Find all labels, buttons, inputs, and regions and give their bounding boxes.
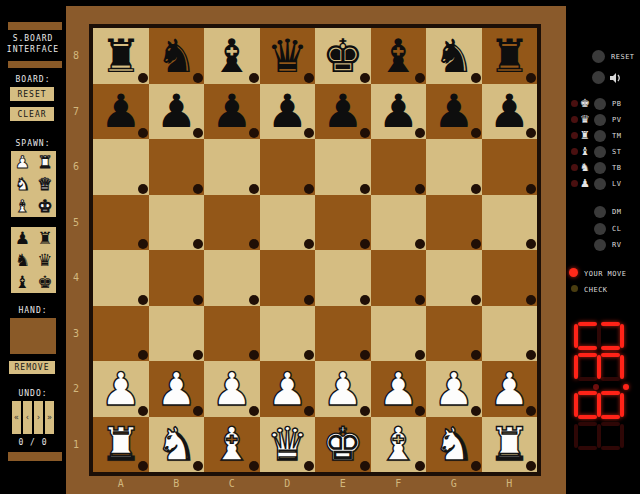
square-corner-dot (471, 239, 481, 249)
square-c3[interactable] (204, 306, 260, 362)
square-d8[interactable]: ♛ (260, 28, 316, 84)
square-b1[interactable]: ♞ (149, 417, 205, 473)
square-corner-dot (360, 239, 370, 249)
square-d2[interactable]: ♟ (260, 361, 316, 417)
black-bishop[interactable]: ♝ (204, 28, 260, 84)
undo-section-label: UNDO: (0, 389, 66, 398)
white-king[interactable]: ♚ (315, 417, 371, 473)
square-f3[interactable] (371, 306, 427, 362)
cl-button-round[interactable] (594, 223, 606, 235)
square-a2[interactable]: ♟ (93, 361, 149, 417)
tb-label: TB (612, 164, 621, 172)
rv-button-round[interactable] (594, 239, 606, 251)
tb-led (571, 164, 578, 171)
square-f7[interactable]: ♟ (371, 84, 427, 140)
undo-button-1[interactable]: ‹ (23, 401, 32, 434)
square-g6[interactable] (426, 139, 482, 195)
square-h5[interactable] (482, 195, 538, 251)
spawn-white-knight[interactable]: ♞ (11, 173, 34, 195)
square-h2[interactable]: ♟ (482, 361, 538, 417)
white-queen[interactable]: ♛ (260, 417, 316, 473)
square-a1[interactable]: ♜ (93, 417, 149, 473)
square-h8[interactable]: ♜ (482, 28, 538, 84)
undo-button-2[interactable]: › (34, 401, 43, 434)
square-c8[interactable]: ♝ (204, 28, 260, 84)
white-rook[interactable]: ♜ (93, 417, 149, 473)
dm-button-round[interactable] (594, 206, 606, 218)
spawn-white-king[interactable]: ♚ (34, 195, 57, 217)
file-label-d: D (260, 476, 316, 494)
spawn-black-king[interactable]: ♚ (34, 271, 57, 293)
rank-label-6: 6 (66, 139, 86, 195)
hand-slot[interactable] (10, 318, 56, 354)
your-move-label: YOUR MOVE (584, 270, 626, 278)
square-corner-dot (360, 295, 370, 305)
st-label: ST (612, 148, 621, 156)
spawn-palette-black: ♟♜♞♛♝♚ (11, 227, 56, 293)
square-b8[interactable]: ♞ (149, 28, 205, 84)
white-pawn[interactable]: ♟ (315, 361, 371, 417)
spawn-palette-white: ♟♜♞♛♝♚ (11, 151, 56, 217)
square-b6[interactable] (149, 139, 205, 195)
st-button-round[interactable] (594, 146, 606, 158)
check-led (571, 285, 578, 292)
square-g5[interactable] (426, 195, 482, 251)
sound-button-round[interactable] (592, 71, 605, 84)
square-corner-dot (193, 295, 203, 305)
square-d6[interactable] (260, 139, 316, 195)
spawn-white-bishop[interactable]: ♝ (11, 195, 34, 217)
square-corner-dot (471, 295, 481, 305)
black-bishop[interactable]: ♝ (371, 28, 427, 84)
clock-digit (574, 391, 624, 419)
square-corner-dot (415, 184, 425, 194)
square-e1[interactable]: ♚ (315, 417, 371, 473)
square-corner-dot (526, 184, 536, 194)
rv-label: RV (612, 241, 621, 249)
lv-label: LV (612, 180, 621, 188)
square-e4[interactable] (315, 250, 371, 306)
indicator-row-lv: ♟LV (566, 177, 640, 191)
reset-round-label: RESET (611, 53, 635, 61)
spawn-white-pawn[interactable]: ♟ (11, 151, 34, 173)
square-g8[interactable]: ♞ (426, 28, 482, 84)
black-pawn[interactable]: ♟ (93, 84, 149, 140)
square-h6[interactable] (482, 139, 538, 195)
indicator-row-pb: ♚PB (566, 97, 640, 111)
square-b5[interactable] (149, 195, 205, 251)
square-a4[interactable] (93, 250, 149, 306)
black-pawn[interactable]: ♟ (482, 84, 538, 140)
king-icon: ♚ (580, 98, 590, 109)
undo-button-3[interactable]: » (45, 401, 54, 434)
square-a8[interactable]: ♜ (93, 28, 149, 84)
square-a5[interactable] (93, 195, 149, 251)
black-queen[interactable]: ♛ (260, 28, 316, 84)
dm-label: DM (612, 208, 621, 216)
square-c7[interactable]: ♟ (204, 84, 260, 140)
white-pawn[interactable]: ♟ (371, 361, 427, 417)
square-b3[interactable] (149, 306, 205, 362)
spawn-black-bishop[interactable]: ♝ (11, 271, 34, 293)
spawn-black-knight[interactable]: ♞ (11, 249, 34, 271)
square-g4[interactable] (426, 250, 482, 306)
pawn-icon: ♟ (580, 178, 590, 189)
undo-controls: «‹›» (12, 401, 55, 434)
round-button-row-rv: RV (566, 239, 640, 251)
black-pawn[interactable]: ♟ (371, 84, 427, 140)
square-h1[interactable]: ♜ (482, 417, 538, 473)
file-label-g: G (426, 476, 482, 494)
check-label: CHECK (584, 286, 608, 294)
square-corner-dot (304, 350, 314, 360)
black-pawn[interactable]: ♟ (204, 84, 260, 140)
square-f4[interactable] (371, 250, 427, 306)
clear-board-button[interactable]: CLEAR (10, 107, 54, 121)
square-corner-dot (415, 239, 425, 249)
clock-digit (574, 422, 624, 450)
square-e8[interactable]: ♚ (315, 28, 371, 84)
spawn-black-rook[interactable]: ♜ (34, 227, 57, 249)
square-d7[interactable]: ♟ (260, 84, 316, 140)
square-d4[interactable] (260, 250, 316, 306)
square-corner-dot (249, 295, 259, 305)
your-move-led (569, 268, 578, 277)
white-pawn[interactable]: ♟ (93, 361, 149, 417)
square-c2[interactable]: ♟ (204, 361, 260, 417)
file-labels: ABCDEFGH (93, 476, 537, 494)
rank-label-1: 1 (66, 417, 86, 473)
tm-button-round[interactable] (594, 130, 606, 142)
square-corner-dot (360, 184, 370, 194)
spawn-black-queen[interactable]: ♛ (34, 249, 57, 271)
speaker-icon (610, 73, 622, 83)
queen-icon: ♛ (580, 114, 590, 125)
square-corner-dot (249, 239, 259, 249)
square-g1[interactable]: ♞ (426, 417, 482, 473)
left-sidebar: S.BOARD INTERFACE BOARD: RESET CLEAR SPA… (0, 0, 66, 494)
indicator-row-tb: ♞TB (566, 161, 640, 175)
black-rook[interactable]: ♜ (93, 28, 149, 84)
reset-button-round[interactable] (592, 50, 605, 63)
square-e2[interactable]: ♟ (315, 361, 371, 417)
square-f8[interactable]: ♝ (371, 28, 427, 84)
chess-board: ♜♞♝♛♚♝♞♜♟♟♟♟♟♟♟♟♟♟♟♟♟♟♟♟♜♞♝♛♚♝♞♜ (89, 24, 541, 476)
spawn-black-pawn[interactable]: ♟ (11, 227, 34, 249)
square-a6[interactable] (93, 139, 149, 195)
square-corner-dot (526, 295, 536, 305)
cl-label: CL (612, 225, 621, 233)
square-b4[interactable] (149, 250, 205, 306)
seven-segment-clock (574, 322, 630, 452)
spawn-section-label: SPAWN: (0, 139, 66, 148)
square-a7[interactable]: ♟ (93, 84, 149, 140)
app-title-line2: INTERFACE (0, 45, 66, 54)
square-corner-dot (193, 184, 203, 194)
st-led (571, 148, 578, 155)
square-corner-dot (471, 350, 481, 360)
square-corner-dot (526, 239, 536, 249)
accent-bar-under-title (8, 61, 62, 68)
square-corner-dot (138, 239, 148, 249)
indicator-row-pv: ♛PV (566, 113, 640, 127)
rank-label-7: 7 (66, 84, 86, 140)
square-g3[interactable] (426, 306, 482, 362)
black-pawn[interactable]: ♟ (426, 84, 482, 140)
square-h7[interactable]: ♟ (482, 84, 538, 140)
square-b2[interactable]: ♟ (149, 361, 205, 417)
hand-section-label: HAND: (0, 306, 66, 315)
square-f1[interactable]: ♝ (371, 417, 427, 473)
square-e6[interactable] (315, 139, 371, 195)
square-corner-dot (193, 239, 203, 249)
rank-label-3: 3 (66, 306, 86, 362)
undo-counter: 0 / 0 (0, 438, 66, 447)
white-knight[interactable]: ♞ (149, 417, 205, 473)
square-c1[interactable]: ♝ (204, 417, 260, 473)
file-label-h: H (482, 476, 538, 494)
pb-button-round[interactable] (594, 98, 606, 110)
square-f5[interactable] (371, 195, 427, 251)
square-corner-dot (360, 350, 370, 360)
square-f6[interactable] (371, 139, 427, 195)
white-bishop[interactable]: ♝ (204, 417, 260, 473)
app-title-line1: S.BOARD (0, 34, 66, 43)
square-e3[interactable] (315, 306, 371, 362)
white-pawn[interactable]: ♟ (260, 361, 316, 417)
accent-bar-bottom (8, 452, 62, 461)
file-label-e: E (315, 476, 371, 494)
rook-icon: ♜ (580, 130, 590, 141)
white-pawn[interactable]: ♟ (149, 361, 205, 417)
square-corner-dot (415, 295, 425, 305)
board-frame: 87654321 ♜♞♝♛♚♝♞♜♟♟♟♟♟♟♟♟♟♟♟♟♟♟♟♟♜♞♝♛♚♝♞… (66, 6, 566, 494)
white-pawn[interactable]: ♟ (482, 361, 538, 417)
square-e5[interactable] (315, 195, 371, 251)
pv-led (571, 116, 578, 123)
undo-button-0[interactable]: « (12, 401, 21, 434)
bishop-icon: ♝ (580, 146, 590, 157)
pb-label: PB (612, 100, 621, 108)
square-d5[interactable] (260, 195, 316, 251)
square-c5[interactable] (204, 195, 260, 251)
indicator-row-tm: ♜TM (566, 129, 640, 143)
round-button-row-dm: DM (566, 206, 640, 218)
spawn-white-queen[interactable]: ♛ (34, 173, 57, 195)
accent-bar-top (8, 22, 62, 30)
square-corner-dot (304, 184, 314, 194)
pv-label: PV (612, 116, 621, 124)
square-a3[interactable] (93, 306, 149, 362)
square-g2[interactable]: ♟ (426, 361, 482, 417)
square-corner-dot (138, 350, 148, 360)
round-button-row-cl: CL (566, 223, 640, 235)
tm-label: TM (612, 132, 621, 140)
white-bishop[interactable]: ♝ (371, 417, 427, 473)
file-label-f: F (371, 476, 427, 494)
file-label-c: C (204, 476, 260, 494)
white-rook[interactable]: ♜ (482, 417, 538, 473)
clock-digit (574, 353, 624, 381)
square-c4[interactable] (204, 250, 260, 306)
square-f2[interactable]: ♟ (371, 361, 427, 417)
file-label-b: B (149, 476, 205, 494)
rank-label-5: 5 (66, 195, 86, 251)
black-knight[interactable]: ♞ (426, 28, 482, 84)
square-corner-dot (471, 184, 481, 194)
tb-button-round[interactable] (594, 162, 606, 174)
square-e7[interactable]: ♟ (315, 84, 371, 140)
reset-board-button[interactable]: RESET (10, 87, 54, 101)
pb-led (571, 100, 578, 107)
black-knight[interactable]: ♞ (149, 28, 205, 84)
black-rook[interactable]: ♜ (482, 28, 538, 84)
square-corner-dot (193, 350, 203, 360)
square-corner-dot (304, 239, 314, 249)
spawn-white-rook[interactable]: ♜ (34, 151, 57, 173)
square-d1[interactable]: ♛ (260, 417, 316, 473)
lv-led (571, 180, 578, 187)
black-pawn[interactable]: ♟ (315, 84, 371, 140)
square-corner-dot (138, 184, 148, 194)
clock-colon (574, 384, 630, 390)
rank-label-8: 8 (66, 28, 86, 84)
knight-icon: ♞ (580, 162, 590, 173)
square-corner-dot (138, 295, 148, 305)
square-g7[interactable]: ♟ (426, 84, 482, 140)
right-panel: RESET ♚PB♛PV♜TM♝ST♞TB♟LV DMCLRV YOUR MOV… (566, 0, 640, 494)
tm-led (571, 132, 578, 139)
square-corner-dot (415, 350, 425, 360)
rank-label-2: 2 (66, 361, 86, 417)
square-c6[interactable] (204, 139, 260, 195)
square-corner-dot (249, 184, 259, 194)
square-d3[interactable] (260, 306, 316, 362)
square-corner-dot (304, 295, 314, 305)
clock-digit (574, 322, 624, 350)
remove-button[interactable]: REMOVE (9, 361, 55, 374)
square-h4[interactable] (482, 250, 538, 306)
black-pawn[interactable]: ♟ (149, 84, 205, 140)
square-corner-dot (249, 350, 259, 360)
rank-label-4: 4 (66, 250, 86, 306)
black-pawn[interactable]: ♟ (260, 84, 316, 140)
square-h3[interactable] (482, 306, 538, 362)
black-king[interactable]: ♚ (315, 28, 371, 84)
pv-button-round[interactable] (594, 114, 606, 126)
board-section-label: BOARD: (0, 75, 66, 84)
white-knight[interactable]: ♞ (426, 417, 482, 473)
square-b7[interactable]: ♟ (149, 84, 205, 140)
rank-labels: 87654321 (66, 28, 86, 472)
file-label-a: A (93, 476, 149, 494)
white-pawn[interactable]: ♟ (426, 361, 482, 417)
white-pawn[interactable]: ♟ (204, 361, 260, 417)
square-corner-dot (526, 350, 536, 360)
indicator-row-st: ♝ST (566, 145, 640, 159)
lv-button-round[interactable] (594, 178, 606, 190)
